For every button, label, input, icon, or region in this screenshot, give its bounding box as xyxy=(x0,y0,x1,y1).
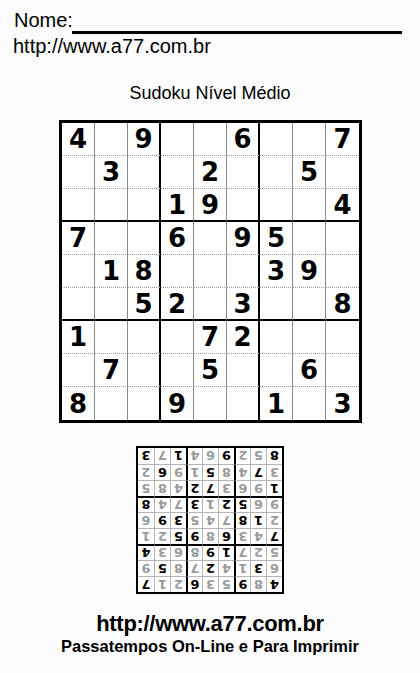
puzzle-cell-r9c8[interactable] xyxy=(293,387,326,420)
solution-cell-r7c7: 4 xyxy=(170,480,186,496)
footer-site-url: http://www.a77.com.br xyxy=(0,611,420,637)
solution-cell-r1c6: 6 xyxy=(186,576,202,592)
solution-cell-r9c9: 3 xyxy=(138,448,154,464)
solution-cell-r6c2: 6 xyxy=(250,496,266,512)
puzzle-cell-r2c4[interactable] xyxy=(161,156,194,189)
puzzle-cell-r6c4: 2 xyxy=(161,288,194,321)
solution-cell-r8c1: 3 xyxy=(266,464,282,480)
sudoku-solution-grid-rotated: 4895362176314278595271986347436895212187… xyxy=(136,446,284,594)
solution-cell-r4c9: 1 xyxy=(138,528,154,544)
puzzle-cell-r6c8[interactable] xyxy=(293,288,326,321)
solution-cell-r7c4: 3 xyxy=(218,480,234,496)
puzzle-cell-r4c2[interactable] xyxy=(95,222,128,255)
puzzle-cell-r2c3[interactable] xyxy=(128,156,161,189)
puzzle-cell-r7c1: 1 xyxy=(62,321,95,354)
solution-cell-r7c5: 7 xyxy=(202,480,218,496)
solution-cell-r3c3: 7 xyxy=(234,544,250,560)
name-blank-line xyxy=(72,31,402,34)
solution-cell-r5c6: 5 xyxy=(186,512,202,528)
puzzle-cell-r7c6: 2 xyxy=(227,321,260,354)
solution-cell-r1c8: 1 xyxy=(154,576,170,592)
solution-cell-r4c8: 2 xyxy=(154,528,170,544)
solution-cell-r3c6: 8 xyxy=(186,544,202,560)
puzzle-cell-r4c3[interactable] xyxy=(128,222,161,255)
solution-cell-r9c8: 7 xyxy=(154,448,170,464)
puzzle-cell-r1c7[interactable] xyxy=(260,123,293,156)
solution-cell-r6c7: 7 xyxy=(170,496,186,512)
solution-cell-r4c1: 7 xyxy=(266,528,282,544)
solution-cell-r4c2: 4 xyxy=(250,528,266,544)
puzzle-cell-r7c8[interactable] xyxy=(293,321,326,354)
solution-cell-r4c5: 8 xyxy=(202,528,218,544)
puzzle-cell-r1c1: 4 xyxy=(62,123,95,156)
puzzle-cell-r7c3[interactable] xyxy=(128,321,161,354)
solution-cell-r5c5: 4 xyxy=(202,512,218,528)
solution-cell-r1c9: 7 xyxy=(138,576,154,592)
puzzle-cell-r2c7[interactable] xyxy=(260,156,293,189)
solution-cell-r5c3: 8 xyxy=(234,512,250,528)
solution-cell-r3c9: 4 xyxy=(138,544,154,560)
solution-cell-r6c3: 5 xyxy=(234,496,250,512)
solution-cell-r1c1: 4 xyxy=(266,576,282,592)
solution-cell-r3c4: 1 xyxy=(218,544,234,560)
puzzle-cell-r3c1[interactable] xyxy=(62,189,95,222)
puzzle-cell-r4c6: 9 xyxy=(227,222,260,255)
solution-cell-r6c5: 1 xyxy=(202,496,218,512)
solution-cell-r8c2: 7 xyxy=(250,464,266,480)
puzzle-cell-r2c8: 5 xyxy=(293,156,326,189)
solution-cell-r4c6: 9 xyxy=(186,528,202,544)
solution-cell-r1c2: 8 xyxy=(250,576,266,592)
puzzle-cell-r8c2: 7 xyxy=(95,354,128,387)
solution-cell-r4c4: 6 xyxy=(218,528,234,544)
puzzle-cell-r2c9[interactable] xyxy=(326,156,359,189)
solution-cell-r5c4: 7 xyxy=(218,512,234,528)
solution-cell-r7c6: 2 xyxy=(186,480,202,496)
puzzle-cell-r6c1[interactable] xyxy=(62,288,95,321)
puzzle-cell-r9c7: 1 xyxy=(260,387,293,420)
solution-cell-r1c4: 5 xyxy=(218,576,234,592)
solution-cell-r5c9: 6 xyxy=(138,512,154,528)
puzzle-cell-r4c9[interactable] xyxy=(326,222,359,255)
puzzle-cell-r4c7: 5 xyxy=(260,222,293,255)
name-label: Nome: xyxy=(14,9,73,32)
puzzle-cell-r3c4: 1 xyxy=(161,189,194,222)
puzzle-cell-r2c1[interactable] xyxy=(62,156,95,189)
puzzle-cell-r7c4[interactable] xyxy=(161,321,194,354)
solution-cell-r8c8: 6 xyxy=(154,464,170,480)
solution-cell-r3c5: 9 xyxy=(202,544,218,560)
puzzle-cell-r6c5[interactable] xyxy=(194,288,227,321)
solution-cell-r9c7: 1 xyxy=(170,448,186,464)
solution-cell-r2c3: 1 xyxy=(234,560,250,576)
puzzle-cell-r6c2[interactable] xyxy=(95,288,128,321)
solution-cell-r9c5: 6 xyxy=(202,448,218,464)
solution-cell-r7c2: 9 xyxy=(250,480,266,496)
puzzle-cell-r6c3: 5 xyxy=(128,288,161,321)
puzzle-cell-r1c9: 7 xyxy=(326,123,359,156)
solution-cell-r9c2: 5 xyxy=(250,448,266,464)
puzzle-cell-r3c8[interactable] xyxy=(293,189,326,222)
puzzle-cell-r5c5[interactable] xyxy=(194,255,227,288)
puzzle-cell-r1c2[interactable] xyxy=(95,123,128,156)
puzzle-cell-r8c3[interactable] xyxy=(128,354,161,387)
puzzle-cell-r9c9: 3 xyxy=(326,387,359,420)
puzzle-cell-r3c3[interactable] xyxy=(128,189,161,222)
puzzle-cell-r9c5[interactable] xyxy=(194,387,227,420)
solution-cell-r6c1: 9 xyxy=(266,496,282,512)
solution-cell-r8c6: 1 xyxy=(186,464,202,480)
puzzle-cell-r7c7[interactable] xyxy=(260,321,293,354)
solution-cell-r9c6: 4 xyxy=(186,448,202,464)
solution-cell-r8c9: 2 xyxy=(138,464,154,480)
solution-cell-r2c8: 5 xyxy=(154,560,170,576)
puzzle-cell-r5c1[interactable] xyxy=(62,255,95,288)
solution-cell-r2c5: 2 xyxy=(202,560,218,576)
solution-cell-r4c3: 3 xyxy=(234,528,250,544)
puzzle-cell-r5c3: 8 xyxy=(128,255,161,288)
solution-cell-r9c1: 8 xyxy=(266,448,282,464)
solution-cell-r2c9: 9 xyxy=(138,560,154,576)
solution-cell-r8c3: 4 xyxy=(234,464,250,480)
solution-cell-r6c8: 4 xyxy=(154,496,170,512)
solution-cell-r7c3: 6 xyxy=(234,480,250,496)
puzzle-cell-r2c6[interactable] xyxy=(227,156,260,189)
puzzle-cell-r1c4[interactable] xyxy=(161,123,194,156)
puzzle-cell-r4c8[interactable] xyxy=(293,222,326,255)
puzzle-cell-r5c7: 3 xyxy=(260,255,293,288)
solution-cell-r3c8: 3 xyxy=(154,544,170,560)
puzzle-cell-r1c5[interactable] xyxy=(194,123,227,156)
sudoku-puzzle-grid: 49673251947695183952381727568913 xyxy=(59,120,362,423)
solution-cell-r6c9: 8 xyxy=(138,496,154,512)
puzzle-cell-r8c1[interactable] xyxy=(62,354,95,387)
puzzle-cell-r3c5: 9 xyxy=(194,189,227,222)
puzzle-cell-r9c6[interactable] xyxy=(227,387,260,420)
solution-cell-r2c7: 8 xyxy=(170,560,186,576)
puzzle-cell-r9c3[interactable] xyxy=(128,387,161,420)
puzzle-cell-r9c4: 9 xyxy=(161,387,194,420)
footer-tagline: Passatempos On-Line e Para Imprimir xyxy=(0,637,420,656)
solution-cell-r2c2: 3 xyxy=(250,560,266,576)
puzzle-cell-r8c9[interactable] xyxy=(326,354,359,387)
puzzle-cell-r1c3: 9 xyxy=(128,123,161,156)
puzzle-cell-r8c5: 5 xyxy=(194,354,227,387)
puzzle-cell-r8c4[interactable] xyxy=(161,354,194,387)
puzzle-cell-r4c4: 6 xyxy=(161,222,194,255)
puzzle-cell-r6c9: 8 xyxy=(326,288,359,321)
puzzle-cell-r7c5: 7 xyxy=(194,321,227,354)
puzzle-cell-r4c5[interactable] xyxy=(194,222,227,255)
puzzle-cell-r1c6: 6 xyxy=(227,123,260,156)
solution-cell-r5c7: 3 xyxy=(170,512,186,528)
solution-cell-r4c7: 5 xyxy=(170,528,186,544)
solution-cell-r6c4: 2 xyxy=(218,496,234,512)
solution-cell-r9c4: 9 xyxy=(218,448,234,464)
solution-cell-r8c7: 9 xyxy=(170,464,186,480)
solution-cell-r7c9: 5 xyxy=(138,480,154,496)
puzzle-cell-r9c1: 8 xyxy=(62,387,95,420)
puzzle-cell-r8c7[interactable] xyxy=(260,354,293,387)
solution-cell-r7c1: 1 xyxy=(266,480,282,496)
puzzle-cell-r5c9[interactable] xyxy=(326,255,359,288)
puzzle-cell-r6c6: 3 xyxy=(227,288,260,321)
solution-cell-r6c6: 3 xyxy=(186,496,202,512)
solution-cell-r8c5: 5 xyxy=(202,464,218,480)
solution-cell-r5c2: 1 xyxy=(250,512,266,528)
solution-cell-r7c8: 8 xyxy=(154,480,170,496)
puzzle-cell-r5c2: 1 xyxy=(95,255,128,288)
puzzle-cell-r2c5: 2 xyxy=(194,156,227,189)
solution-cell-r1c3: 9 xyxy=(234,576,250,592)
solution-cell-r8c4: 8 xyxy=(218,464,234,480)
puzzle-cell-r3c7[interactable] xyxy=(260,189,293,222)
solution-cell-r3c7: 6 xyxy=(170,544,186,560)
solution-cell-r1c7: 2 xyxy=(170,576,186,592)
puzzle-cell-r5c4[interactable] xyxy=(161,255,194,288)
puzzle-cell-r8c8: 6 xyxy=(293,354,326,387)
puzzle-cell-r5c6[interactable] xyxy=(227,255,260,288)
solution-cell-r1c5: 3 xyxy=(202,576,218,592)
puzzle-cell-r7c2[interactable] xyxy=(95,321,128,354)
solution-cell-r9c3: 2 xyxy=(234,448,250,464)
solution-cell-r2c1: 6 xyxy=(266,560,282,576)
solution-cell-r3c2: 2 xyxy=(250,544,266,560)
header-site-url: http://www.a77.com.br xyxy=(13,35,211,58)
solution-cell-r3c1: 5 xyxy=(266,544,282,560)
puzzle-cell-r8c6[interactable] xyxy=(227,354,260,387)
puzzle-cell-r3c6[interactable] xyxy=(227,189,260,222)
puzzle-cell-r5c8: 9 xyxy=(293,255,326,288)
puzzle-cell-r4c1: 7 xyxy=(62,222,95,255)
puzzle-cell-r3c9: 4 xyxy=(326,189,359,222)
solution-cell-r5c8: 9 xyxy=(154,512,170,528)
solution-cell-r2c6: 7 xyxy=(186,560,202,576)
puzzle-cell-r3c2[interactable] xyxy=(95,189,128,222)
solution-cell-r5c1: 2 xyxy=(266,512,282,528)
puzzle-cell-r7c9[interactable] xyxy=(326,321,359,354)
puzzle-title: Sudoku Nível Médio xyxy=(0,83,420,104)
solution-cell-r2c4: 4 xyxy=(218,560,234,576)
puzzle-cell-r6c7[interactable] xyxy=(260,288,293,321)
puzzle-cell-r9c2[interactable] xyxy=(95,387,128,420)
puzzle-cell-r2c2: 3 xyxy=(95,156,128,189)
puzzle-cell-r1c8[interactable] xyxy=(293,123,326,156)
